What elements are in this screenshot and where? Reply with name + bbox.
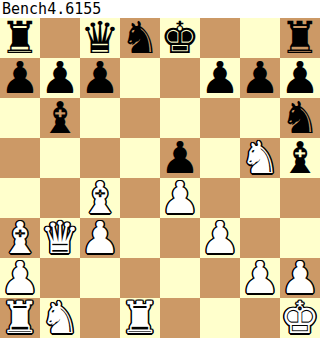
square-f3[interactable]: ♟ xyxy=(200,218,240,258)
piece-white-knight: ♞ xyxy=(240,138,280,178)
piece-white-pawn: ♟ xyxy=(200,218,240,258)
square-g4[interactable] xyxy=(240,178,280,218)
square-d7[interactable] xyxy=(120,58,160,98)
square-e2[interactable] xyxy=(160,258,200,298)
square-g5[interactable]: ♞ xyxy=(240,138,280,178)
square-h5[interactable]: ♝ xyxy=(280,138,320,178)
piece-white-rook: ♜ xyxy=(0,298,40,338)
piece-black-pawn: ♟ xyxy=(200,58,240,98)
square-d1[interactable]: ♜ xyxy=(120,298,160,338)
square-e8[interactable]: ♚ xyxy=(160,18,200,58)
piece-white-king: ♚ xyxy=(280,298,320,338)
piece-white-pawn: ♟ xyxy=(240,258,280,298)
square-e1[interactable] xyxy=(160,298,200,338)
piece-white-pawn: ♟ xyxy=(160,178,200,218)
square-b6[interactable]: ♝ xyxy=(40,98,80,138)
square-h1[interactable]: ♚ xyxy=(280,298,320,338)
square-b1[interactable]: ♞ xyxy=(40,298,80,338)
piece-white-pawn: ♟ xyxy=(80,218,120,258)
square-e7[interactable] xyxy=(160,58,200,98)
square-g1[interactable] xyxy=(240,298,280,338)
square-c7[interactable]: ♟ xyxy=(80,58,120,98)
square-a6[interactable] xyxy=(0,98,40,138)
piece-black-bishop: ♝ xyxy=(40,98,80,138)
square-f5[interactable] xyxy=(200,138,240,178)
piece-white-queen: ♛ xyxy=(40,218,80,258)
chess-app: Bench4.6155 ♜♛♞♚♜♟♟♟♟♟♟♝♞♟♞♝♝♟♝♛♟♟♟♟♟♜♞♜… xyxy=(0,0,320,360)
square-b3[interactable]: ♛ xyxy=(40,218,80,258)
piece-black-pawn: ♟ xyxy=(240,58,280,98)
square-a5[interactable] xyxy=(0,138,40,178)
square-f2[interactable] xyxy=(200,258,240,298)
chess-board: ♜♛♞♚♜♟♟♟♟♟♟♝♞♟♞♝♝♟♝♛♟♟♟♟♟♜♞♜♚ xyxy=(0,18,320,338)
square-c2[interactable] xyxy=(80,258,120,298)
piece-black-bishop: ♝ xyxy=(280,138,320,178)
square-e3[interactable] xyxy=(160,218,200,258)
piece-black-pawn: ♟ xyxy=(80,58,120,98)
square-f1[interactable] xyxy=(200,298,240,338)
square-d5[interactable] xyxy=(120,138,160,178)
piece-white-rook: ♜ xyxy=(120,298,160,338)
square-h4[interactable] xyxy=(280,178,320,218)
square-c6[interactable] xyxy=(80,98,120,138)
square-c1[interactable] xyxy=(80,298,120,338)
square-g2[interactable]: ♟ xyxy=(240,258,280,298)
square-f7[interactable]: ♟ xyxy=(200,58,240,98)
square-d3[interactable] xyxy=(120,218,160,258)
piece-white-knight: ♞ xyxy=(40,298,80,338)
square-d6[interactable] xyxy=(120,98,160,138)
piece-black-king: ♚ xyxy=(160,18,200,58)
square-b5[interactable] xyxy=(40,138,80,178)
square-f6[interactable] xyxy=(200,98,240,138)
square-d8[interactable]: ♞ xyxy=(120,18,160,58)
piece-black-knight: ♞ xyxy=(120,18,160,58)
square-e4[interactable]: ♟ xyxy=(160,178,200,218)
square-a7[interactable]: ♟ xyxy=(0,58,40,98)
piece-black-pawn: ♟ xyxy=(0,58,40,98)
square-d4[interactable] xyxy=(120,178,160,218)
square-a1[interactable]: ♜ xyxy=(0,298,40,338)
square-g7[interactable]: ♟ xyxy=(240,58,280,98)
square-c3[interactable]: ♟ xyxy=(80,218,120,258)
